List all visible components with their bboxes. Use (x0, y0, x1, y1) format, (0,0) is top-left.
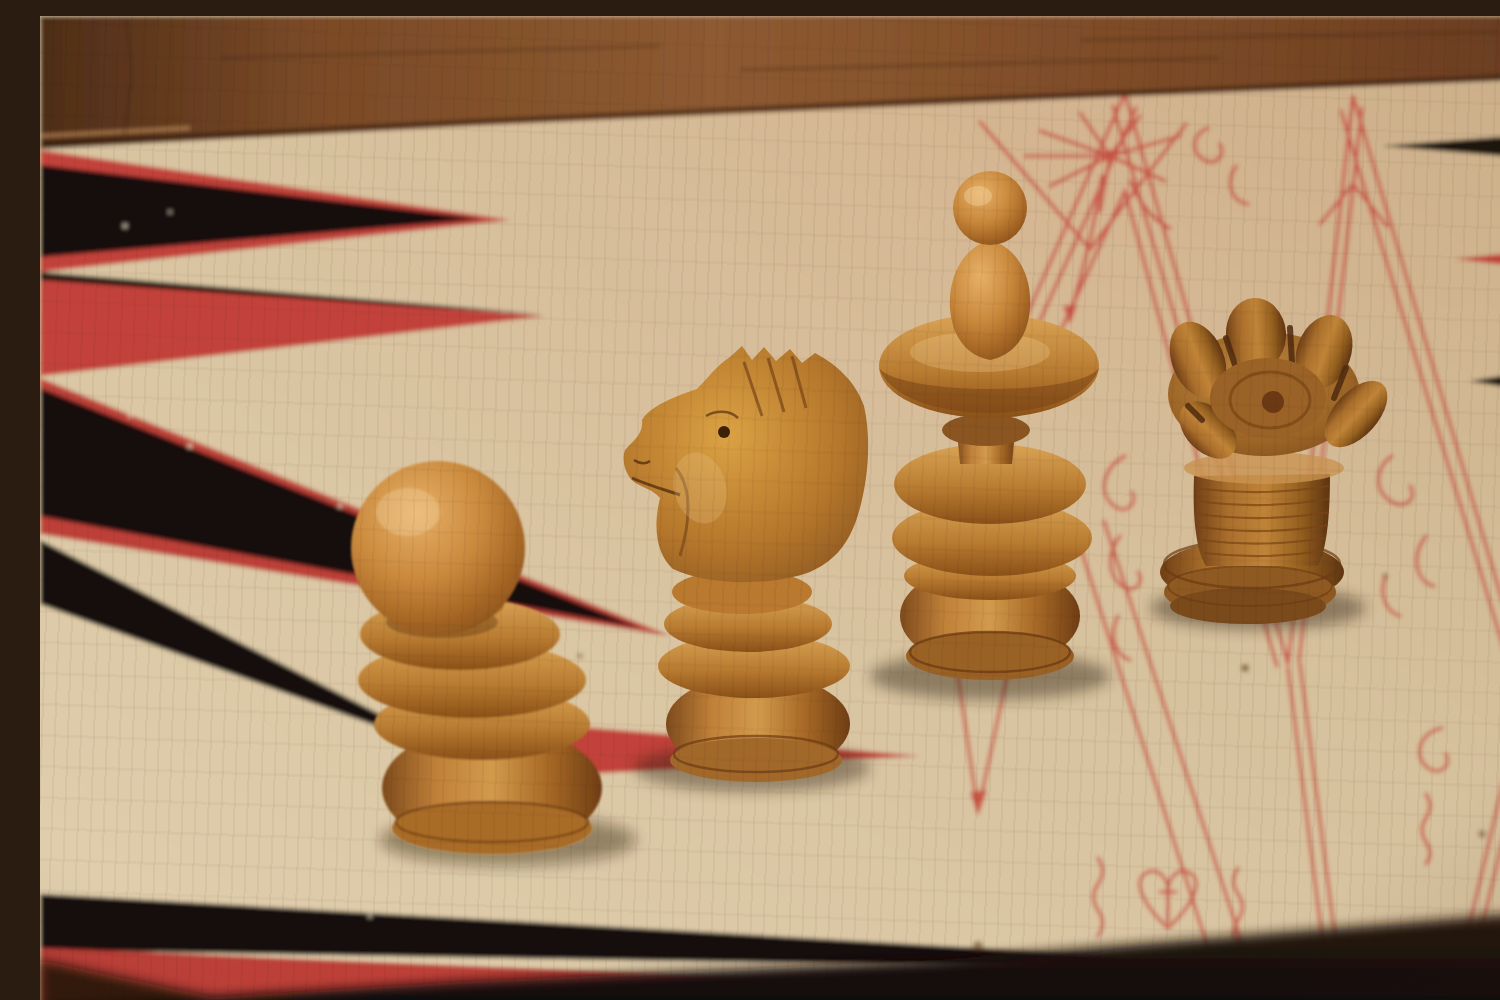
king-finial-highlight (964, 186, 992, 206)
photo-scene: Four antique turned boxwood chess pieces… (40, 16, 1500, 1000)
king-finial-ball (953, 171, 1027, 245)
knight-eye (718, 426, 730, 438)
king-waist-ring (942, 414, 1030, 446)
pawn-ball-head (351, 461, 525, 635)
rook-crown-underside-light (1184, 452, 1344, 484)
pawn-base-foot (392, 802, 592, 854)
scene-art (40, 16, 1500, 1000)
pawn-ball-highlight (376, 488, 440, 536)
rook-dish-knot (1262, 391, 1284, 413)
knight-base-foot (670, 738, 842, 782)
